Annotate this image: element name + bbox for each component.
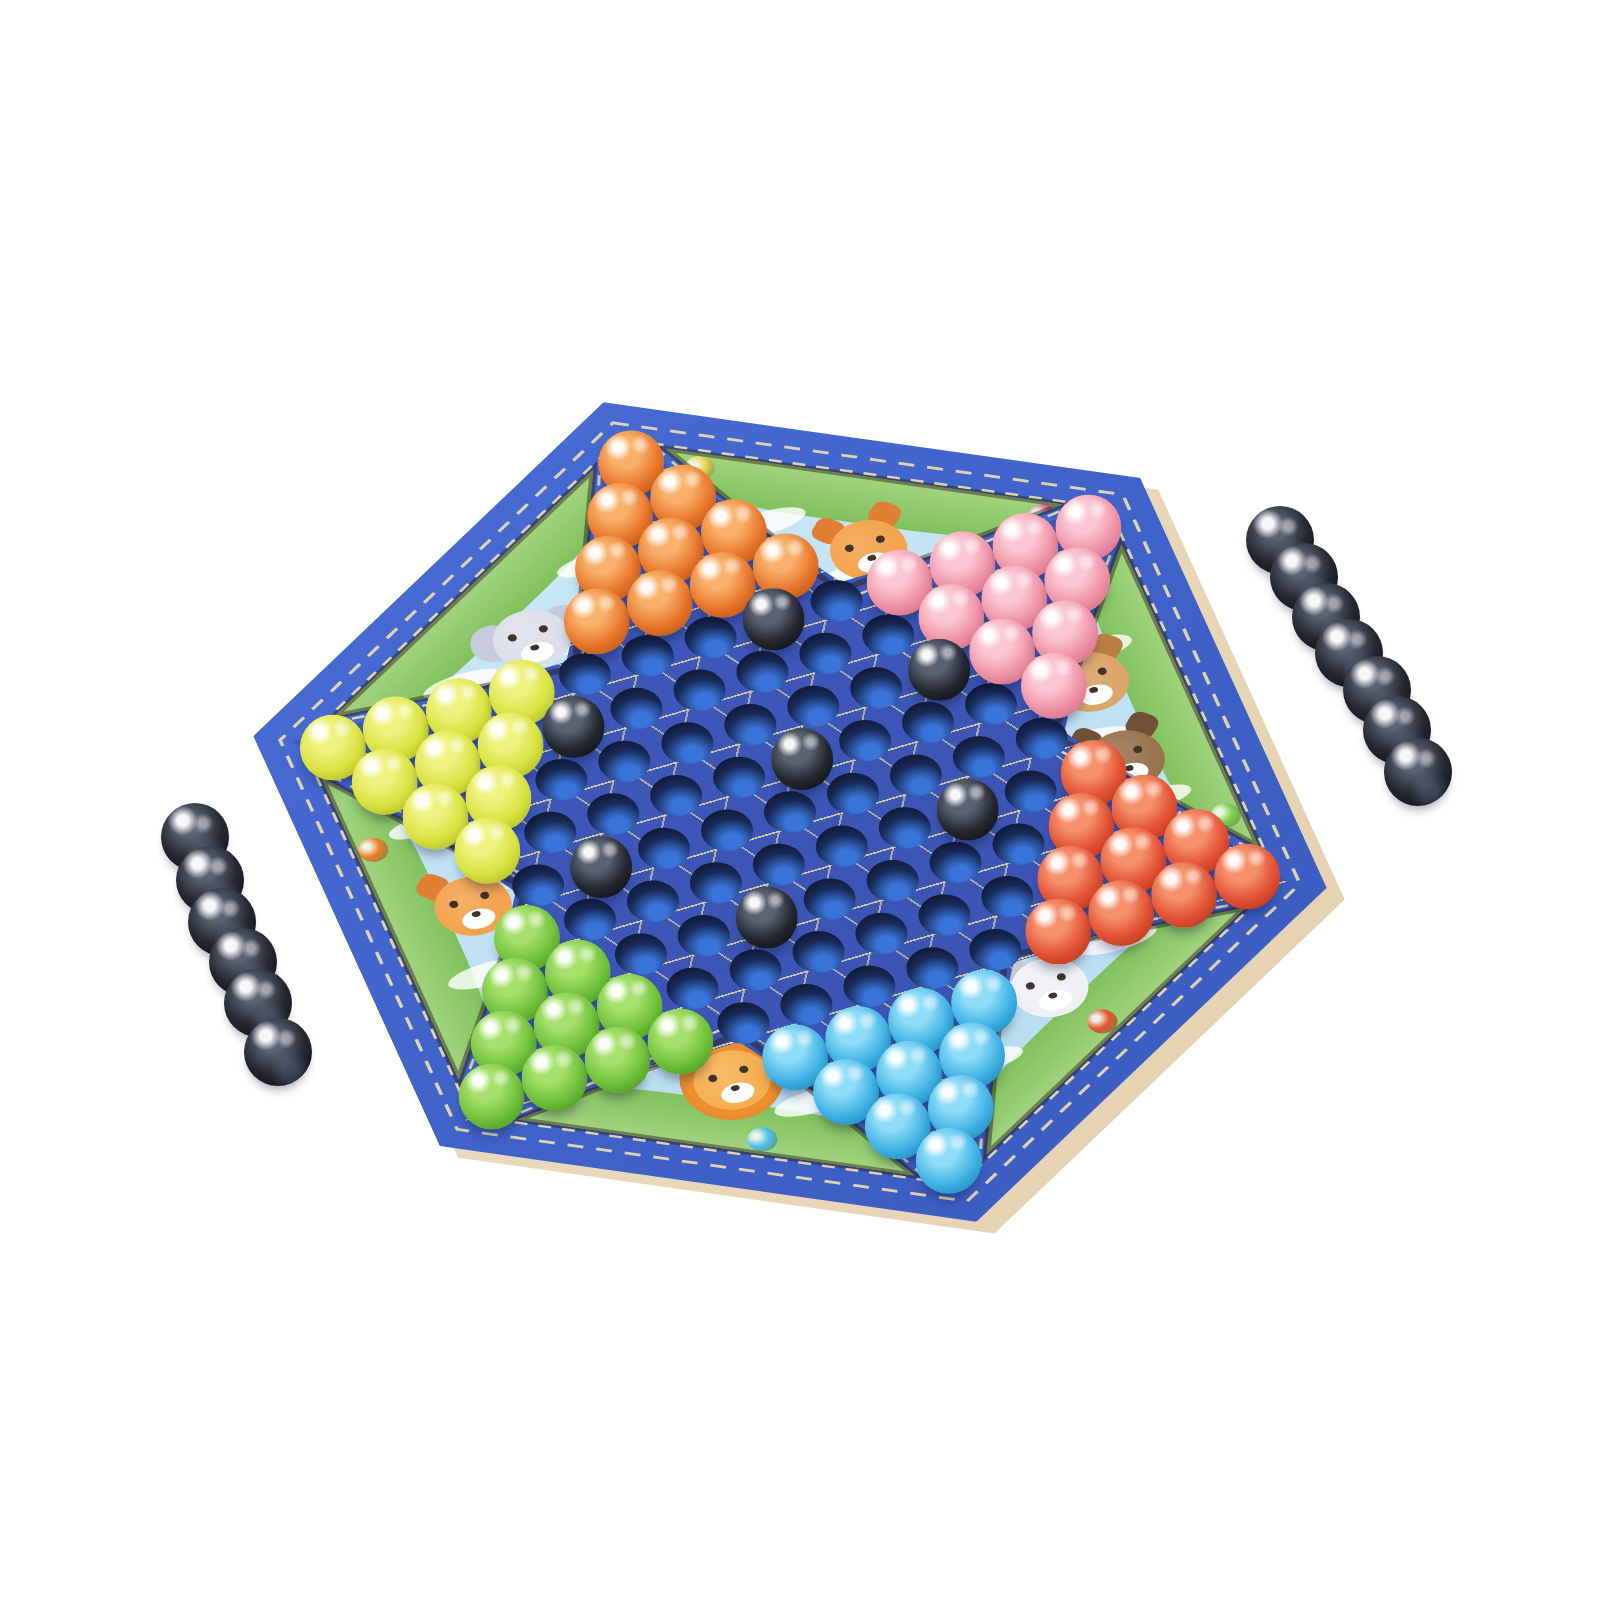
chinese-checkers-board: [21, 197, 1559, 1427]
marble-surface: [459, 1063, 525, 1129]
marble-surface: [626, 570, 692, 636]
marble-surface: [916, 1128, 982, 1194]
marble-surface: [736, 887, 798, 949]
marble-surface: [1025, 898, 1091, 964]
marble-surface: [647, 1008, 713, 1074]
marble-black[interactable]: [762, 727, 841, 791]
marble-surface: [1214, 843, 1280, 909]
magnet-chain-marble[interactable]: [1384, 738, 1452, 806]
marble-surface: [936, 779, 998, 841]
marble-surface: [563, 588, 629, 654]
marble-surface: [522, 1045, 588, 1111]
marble-surface: [743, 588, 805, 650]
marble-surface: [1088, 880, 1154, 946]
marble-surface: [454, 818, 520, 884]
marble-black[interactable]: [928, 778, 1007, 842]
marble-surface: [542, 696, 604, 758]
marble-black[interactable]: [727, 886, 806, 950]
magnet-chain-marble[interactable]: [244, 1018, 312, 1086]
marble-surface: [1020, 653, 1086, 719]
marble-black[interactable]: [561, 835, 640, 899]
product-photo-canvas: [0, 0, 1600, 1600]
marbles: [21, 197, 1559, 1427]
marble-surface: [1151, 862, 1217, 928]
marble-surface: [585, 1027, 651, 1093]
marble-surface: [771, 728, 833, 790]
marble-surface: [570, 836, 632, 898]
marble-surface: [908, 639, 970, 701]
